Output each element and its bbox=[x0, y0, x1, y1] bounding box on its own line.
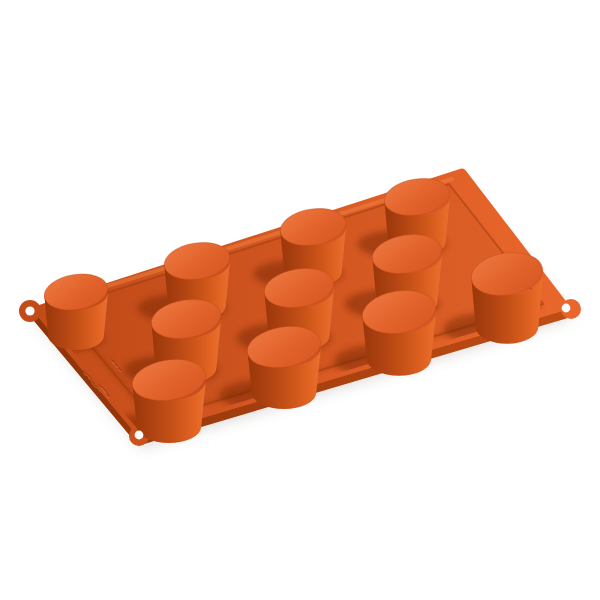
photo-stage bbox=[0, 0, 600, 600]
corner-hole-left bbox=[25, 306, 34, 315]
product-photo bbox=[0, 0, 600, 600]
corner-hole-right bbox=[562, 304, 571, 313]
corner-hole-front bbox=[135, 431, 144, 440]
